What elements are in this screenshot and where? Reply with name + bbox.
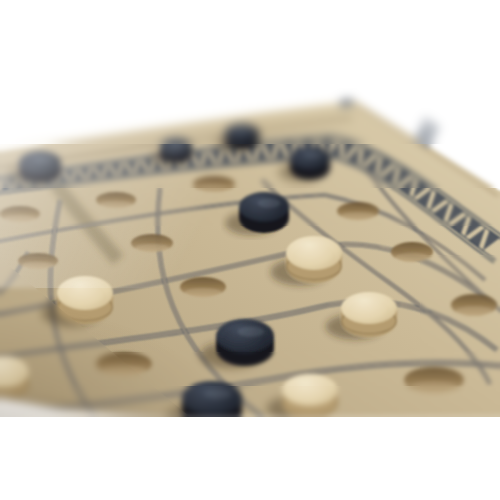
disc-glyph: ●: [345, 289, 394, 326]
disc-glyph: ●: [61, 273, 110, 313]
board-photo-scene: ●●●●●●●●●●●● checkers/draughts-style dis…: [0, 0, 500, 500]
disc-glyph: ●: [286, 371, 335, 408]
background-bottom: [0, 417, 500, 500]
disc-glyph: ●: [290, 233, 339, 273]
game-board: ●●●●●●●●●●●●: [0, 0, 500, 500]
disc-glyph: ●: [0, 353, 26, 390]
